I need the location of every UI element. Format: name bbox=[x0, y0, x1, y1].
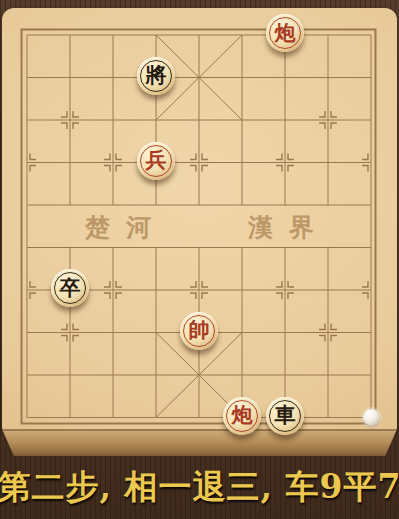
xiangqi-app: 楚河 漢界 炮將兵卒帥炮車 第二步, 相一退三, 车9平7 bbox=[0, 0, 399, 519]
piece-black-soldier[interactable]: 卒 bbox=[51, 269, 89, 307]
piece-glyph: 車 bbox=[275, 404, 296, 425]
river-label-right: 漢界 bbox=[240, 211, 330, 244]
piece-red-soldier[interactable]: 兵 bbox=[137, 142, 175, 180]
piece-black-general[interactable]: 將 bbox=[137, 57, 175, 95]
piece-red-general[interactable]: 帥 bbox=[180, 312, 218, 350]
piece-red-cannon[interactable]: 炮 bbox=[266, 14, 304, 52]
piece-glyph: 炮 bbox=[275, 22, 296, 43]
move-caption: 第二步, 相一退三, 车9平7 bbox=[0, 465, 399, 510]
piece-glyph: 將 bbox=[146, 64, 167, 85]
piece-red-cannon[interactable]: 炮 bbox=[223, 397, 261, 435]
piece-glyph: 兵 bbox=[146, 149, 167, 170]
piece-glyph: 卒 bbox=[60, 277, 81, 298]
river-label-left: 楚河 bbox=[77, 211, 167, 244]
piece-glyph: 帥 bbox=[189, 319, 210, 340]
piece-black-chariot[interactable]: 車 bbox=[266, 397, 304, 435]
move-origin-marker bbox=[363, 409, 380, 426]
caption-bar: 第二步, 相一退三, 车9平7 bbox=[0, 456, 399, 519]
piece-glyph: 炮 bbox=[232, 404, 253, 425]
